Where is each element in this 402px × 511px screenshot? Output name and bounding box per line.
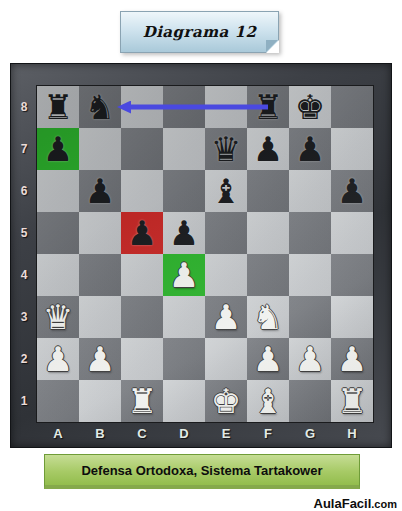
piece-white-rook: ♜ — [337, 380, 367, 422]
piece-white-king: ♚ — [211, 380, 241, 422]
square-c4[interactable] — [121, 254, 163, 296]
piece-white-pawn: ♟ — [85, 338, 115, 380]
square-d8[interactable] — [163, 86, 205, 128]
square-d6[interactable] — [163, 170, 205, 212]
file-label-a: A — [37, 422, 79, 446]
square-c8[interactable] — [121, 86, 163, 128]
square-b2[interactable]: ♟ — [79, 338, 121, 380]
square-a3[interactable]: ♛ — [37, 296, 79, 338]
square-f7[interactable]: ♟ — [247, 128, 289, 170]
square-a8[interactable]: ♜ — [37, 86, 79, 128]
square-b4[interactable] — [79, 254, 121, 296]
piece-white-pawn: ♟ — [337, 338, 367, 380]
square-f5[interactable] — [247, 212, 289, 254]
square-a5[interactable] — [37, 212, 79, 254]
piece-black-pawn: ♟ — [43, 128, 73, 170]
page: Diagrama 12 87654321 ♜♞♜♚♟♛♟♟♟♝♟♟♟♟♛♟♞♟♟… — [0, 0, 402, 511]
square-h8[interactable] — [331, 86, 373, 128]
file-label-c: C — [121, 422, 163, 446]
square-d3[interactable] — [163, 296, 205, 338]
square-h1[interactable]: ♜ — [331, 380, 373, 422]
piece-white-knight: ♞ — [253, 296, 283, 338]
square-g6[interactable] — [289, 170, 331, 212]
square-g4[interactable] — [289, 254, 331, 296]
square-g5[interactable] — [289, 212, 331, 254]
piece-black-bishop: ♝ — [211, 170, 241, 212]
square-c3[interactable] — [121, 296, 163, 338]
rank-label-3: 3 — [11, 296, 37, 338]
piece-black-knight: ♞ — [85, 86, 115, 128]
square-f3[interactable]: ♞ — [247, 296, 289, 338]
square-g1[interactable] — [289, 380, 331, 422]
file-label-e: E — [205, 422, 247, 446]
rank-label-7: 7 — [11, 128, 37, 170]
piece-black-pawn: ♟ — [127, 212, 157, 254]
square-e6[interactable]: ♝ — [205, 170, 247, 212]
square-g3[interactable] — [289, 296, 331, 338]
square-a6[interactable] — [37, 170, 79, 212]
chess-board: ♜♞♜♚♟♛♟♟♟♝♟♟♟♟♛♟♞♟♟♟♟♟♜♚♝♜ — [37, 86, 373, 422]
square-h4[interactable] — [331, 254, 373, 296]
square-g8[interactable]: ♚ — [289, 86, 331, 128]
rank-labels: 87654321 — [11, 86, 37, 422]
caption-text: Defensa Ortodoxa, Sistema Tartakower — [81, 463, 322, 478]
square-b3[interactable] — [79, 296, 121, 338]
piece-white-pawn: ♟ — [211, 296, 241, 338]
file-label-b: B — [79, 422, 121, 446]
square-c5[interactable]: ♟ — [121, 212, 163, 254]
square-b5[interactable] — [79, 212, 121, 254]
square-f8[interactable]: ♜ — [247, 86, 289, 128]
square-d1[interactable] — [163, 380, 205, 422]
file-labels: ABCDEFGH — [37, 422, 373, 446]
square-g7[interactable]: ♟ — [289, 128, 331, 170]
square-b1[interactable] — [79, 380, 121, 422]
square-b7[interactable] — [79, 128, 121, 170]
piece-white-bishop: ♝ — [253, 380, 283, 422]
square-g2[interactable]: ♟ — [289, 338, 331, 380]
piece-white-pawn: ♟ — [43, 338, 73, 380]
square-h6[interactable]: ♟ — [331, 170, 373, 212]
rank-label-1: 1 — [11, 380, 37, 422]
square-a1[interactable] — [37, 380, 79, 422]
square-h5[interactable] — [331, 212, 373, 254]
square-h7[interactable] — [331, 128, 373, 170]
square-e3[interactable]: ♟ — [205, 296, 247, 338]
rank-label-2: 2 — [11, 338, 37, 380]
piece-black-pawn: ♟ — [337, 170, 367, 212]
file-label-g: G — [289, 422, 331, 446]
square-a2[interactable]: ♟ — [37, 338, 79, 380]
piece-white-pawn: ♟ — [295, 338, 325, 380]
square-d7[interactable] — [163, 128, 205, 170]
square-f2[interactable]: ♟ — [247, 338, 289, 380]
square-d2[interactable] — [163, 338, 205, 380]
piece-black-queen: ♛ — [211, 128, 241, 170]
piece-black-pawn: ♟ — [253, 128, 283, 170]
piece-black-pawn: ♟ — [169, 212, 199, 254]
rank-label-6: 6 — [11, 170, 37, 212]
watermark-brand: AulaFacil — [314, 496, 372, 511]
header-card: Diagrama 12 — [120, 11, 279, 53]
square-f6[interactable] — [247, 170, 289, 212]
piece-white-pawn: ♟ — [169, 254, 199, 296]
square-e4[interactable] — [205, 254, 247, 296]
square-c7[interactable] — [121, 128, 163, 170]
square-f1[interactable]: ♝ — [247, 380, 289, 422]
file-label-f: F — [247, 422, 289, 446]
square-c2[interactable] — [121, 338, 163, 380]
piece-black-rook: ♜ — [253, 86, 283, 128]
piece-black-pawn: ♟ — [295, 128, 325, 170]
watermark-suffix: .com — [371, 498, 397, 510]
rank-label-4: 4 — [11, 254, 37, 296]
square-e8[interactable] — [205, 86, 247, 128]
rank-label-5: 5 — [11, 212, 37, 254]
piece-white-pawn: ♟ — [253, 338, 283, 380]
square-e7[interactable]: ♛ — [205, 128, 247, 170]
diagram-title: Diagrama 12 — [143, 23, 257, 41]
square-c1[interactable]: ♜ — [121, 380, 163, 422]
square-b8[interactable]: ♞ — [79, 86, 121, 128]
square-h2[interactable]: ♟ — [331, 338, 373, 380]
square-f4[interactable] — [247, 254, 289, 296]
square-d4[interactable]: ♟ — [163, 254, 205, 296]
piece-white-queen: ♛ — [43, 296, 73, 338]
square-e1[interactable]: ♚ — [205, 380, 247, 422]
square-b6[interactable]: ♟ — [79, 170, 121, 212]
square-h3[interactable] — [331, 296, 373, 338]
rank-label-8: 8 — [11, 86, 37, 128]
square-a4[interactable] — [37, 254, 79, 296]
file-label-h: H — [331, 422, 373, 446]
square-e5[interactable] — [205, 212, 247, 254]
square-c6[interactable] — [121, 170, 163, 212]
piece-black-king: ♚ — [295, 86, 325, 128]
caption-banner: Defensa Ortodoxa, Sistema Tartakower — [44, 454, 360, 489]
square-d5[interactable]: ♟ — [163, 212, 205, 254]
watermark-link[interactable]: AulaFacil.com — [314, 494, 397, 511]
dogear-fold-shadow — [266, 40, 278, 52]
piece-black-pawn: ♟ — [85, 170, 115, 212]
piece-white-rook: ♜ — [127, 380, 157, 422]
square-e2[interactable] — [205, 338, 247, 380]
chess-board-frame: 87654321 ♜♞♜♚♟♛♟♟♟♝♟♟♟♟♛♟♞♟♟♟♟♟♜♚♝♜ ABCD… — [10, 63, 392, 448]
square-a7[interactable]: ♟ — [37, 128, 79, 170]
file-label-d: D — [163, 422, 205, 446]
piece-black-rook: ♜ — [43, 86, 73, 128]
